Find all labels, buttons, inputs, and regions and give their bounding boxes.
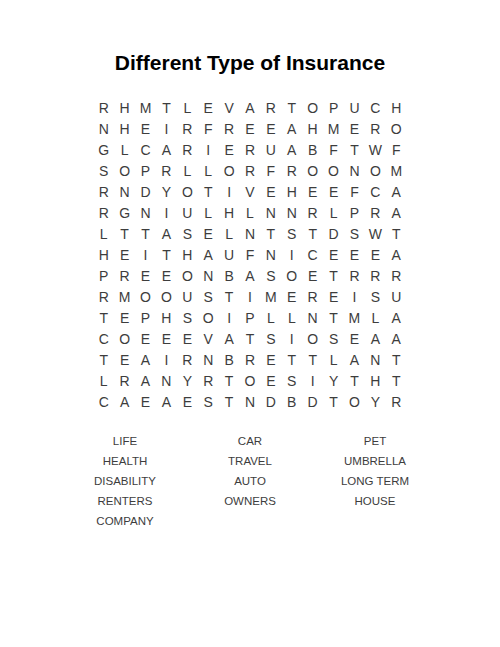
grid-cell-r3c1: G [93, 139, 114, 160]
grid-cell-r2c7: R [219, 118, 240, 139]
grid-cell-r11c15: A [386, 307, 407, 328]
grid-cell-r13c14: N [365, 349, 386, 370]
grid-cell-r6c13: P [344, 202, 365, 223]
grid-cell-r1c7: V [219, 97, 240, 118]
grid-cell-r6c12: L [323, 202, 344, 223]
grid-cell-r8c13: E [344, 244, 365, 265]
grid-cell-r15c2: A [114, 391, 135, 412]
grid-cell-r7c8: N [240, 223, 261, 244]
grid-cell-r9c4: E [156, 265, 177, 286]
word-item: AUTO [188, 471, 313, 491]
grid-cell-r7c6: E [198, 223, 219, 244]
grid-cell-r2c13: E [344, 118, 365, 139]
grid-cell-r5c9: E [260, 181, 281, 202]
grid-cell-r15c9: D [260, 391, 281, 412]
grid-cell-r8c5: H [177, 244, 198, 265]
grid-cell-r4c7: O [219, 160, 240, 181]
grid-cell-r8c4: T [156, 244, 177, 265]
word-item: HEALTH [63, 451, 188, 471]
grid-cell-r7c10: S [281, 223, 302, 244]
grid-cell-r1c4: T [156, 97, 177, 118]
grid-cell-r6c6: L [198, 202, 219, 223]
grid-cell-r2c6: F [198, 118, 219, 139]
grid-cell-r11c1: T [93, 307, 114, 328]
grid-cell-r13c3: A [135, 349, 156, 370]
grid-cell-r11c5: S [177, 307, 198, 328]
grid-cell-r15c13: O [344, 391, 365, 412]
grid-cell-r14c13: T [344, 370, 365, 391]
grid-cell-r6c9: N [260, 202, 281, 223]
grid-cell-r8c1: H [93, 244, 114, 265]
grid-cell-r7c7: L [219, 223, 240, 244]
grid-cell-r15c12: T [323, 391, 344, 412]
grid-cell-r4c6: L [198, 160, 219, 181]
grid-cell-r12c9: S [260, 328, 281, 349]
word-item: UMBRELLA [313, 451, 438, 471]
grid-cell-r11c2: E [114, 307, 135, 328]
grid-cell-r9c9: S [260, 265, 281, 286]
grid-cell-r4c15: M [386, 160, 407, 181]
grid-cell-r11c3: P [135, 307, 156, 328]
grid-cell-r5c4: Y [156, 181, 177, 202]
grid-cell-r7c1: L [93, 223, 114, 244]
grid-cell-r15c1: C [93, 391, 114, 412]
grid-cell-r3c15: F [386, 139, 407, 160]
grid-cell-r10c9: M [260, 286, 281, 307]
grid-cell-r15c15: R [386, 391, 407, 412]
grid-cell-r1c1: R [93, 97, 114, 118]
grid-cell-r10c1: R [93, 286, 114, 307]
grid-cell-r7c2: T [114, 223, 135, 244]
grid-cell-r4c9: F [260, 160, 281, 181]
grid-cell-r14c9: E [260, 370, 281, 391]
grid-cell-r6c11: R [302, 202, 323, 223]
grid-cell-r12c13: E [344, 328, 365, 349]
grid-cell-r10c7: T [219, 286, 240, 307]
grid-cell-r6c4: I [156, 202, 177, 223]
grid-cell-r5c5: O [177, 181, 198, 202]
grid-cell-r14c12: Y [323, 370, 344, 391]
grid-cell-r6c7: H [219, 202, 240, 223]
puzzle-title: Different Type of Insurance [0, 0, 500, 75]
grid-cell-r11c6: O [198, 307, 219, 328]
word-item: LIFE [63, 431, 188, 451]
grid-cell-r6c3: N [135, 202, 156, 223]
grid-cell-r6c10: N [281, 202, 302, 223]
grid-cell-r6c8: L [240, 202, 261, 223]
grid-cell-r3c7: E [219, 139, 240, 160]
grid-cell-r4c2: O [114, 160, 135, 181]
grid-cell-r12c12: S [323, 328, 344, 349]
grid-cell-r6c15: A [386, 202, 407, 223]
grid-cell-r7c9: T [260, 223, 281, 244]
grid-cell-r13c1: T [93, 349, 114, 370]
grid-cell-r3c4: A [156, 139, 177, 160]
grid-cell-r13c5: R [177, 349, 198, 370]
grid-cell-r8c6: A [198, 244, 219, 265]
grid-cell-r3c13: T [344, 139, 365, 160]
word-item: COMPANY [63, 511, 188, 531]
grid-cell-r15c4: A [156, 391, 177, 412]
grid-cell-r2c1: N [93, 118, 114, 139]
grid-cell-r2c10: A [281, 118, 302, 139]
grid-cell-r11c7: I [219, 307, 240, 328]
grid-cell-r1c6: E [198, 97, 219, 118]
grid-cell-r8c12: E [323, 244, 344, 265]
grid-cell-r14c4: N [156, 370, 177, 391]
grid-cell-r8c10: I [281, 244, 302, 265]
grid-cell-r2c4: I [156, 118, 177, 139]
grid-cell-r10c4: O [156, 286, 177, 307]
grid-cell-r2c8: E [240, 118, 261, 139]
grid-cell-r10c2: M [114, 286, 135, 307]
grid-cell-r9c11: E [302, 265, 323, 286]
word-item: OWNERS [188, 491, 313, 511]
grid-cell-r5c2: N [114, 181, 135, 202]
grid-cell-r4c13: N [344, 160, 365, 181]
grid-cell-r14c2: R [114, 370, 135, 391]
grid-cell-r8c8: F [240, 244, 261, 265]
grid-cell-r1c13: U [344, 97, 365, 118]
grid-cell-r3c9: U [260, 139, 281, 160]
grid-cell-r12c15: A [386, 328, 407, 349]
grid-cell-r2c15: O [386, 118, 407, 139]
grid-cell-r3c8: R [240, 139, 261, 160]
grid-cell-r13c8: R [240, 349, 261, 370]
grid-cell-r11c12: T [323, 307, 344, 328]
grid-cell-r5c12: E [323, 181, 344, 202]
grid-cell-r8c14: E [365, 244, 386, 265]
word-item: RENTERS [63, 491, 188, 511]
grid-cell-r14c7: T [219, 370, 240, 391]
grid-cell-r13c7: B [219, 349, 240, 370]
grid-cell-r9c2: R [114, 265, 135, 286]
grid-cell-r9c7: B [219, 265, 240, 286]
grid-cell-r4c8: R [240, 160, 261, 181]
grid-cell-r3c2: L [114, 139, 135, 160]
grid-cell-r7c14: W [365, 223, 386, 244]
grid-cell-r7c11: T [302, 223, 323, 244]
grid-cell-r9c5: O [177, 265, 198, 286]
grid-cell-r3c5: R [177, 139, 198, 160]
grid-cell-r2c2: H [114, 118, 135, 139]
grid-cell-r10c11: R [302, 286, 323, 307]
grid-cell-r12c1: C [93, 328, 114, 349]
word-search-grid: RHMTLEVARTOPUCHNHEIRFREEAHMEROGLCARIERUA… [0, 97, 500, 412]
grid-cell-r1c5: L [177, 97, 198, 118]
grid-cell-r6c5: U [177, 202, 198, 223]
grid-cell-r6c2: G [114, 202, 135, 223]
grid-cell-r7c13: S [344, 223, 365, 244]
grid-cell-r12c11: O [302, 328, 323, 349]
grid-cell-r13c15: T [386, 349, 407, 370]
grid-cell-r1c12: P [323, 97, 344, 118]
grid-cell-r15c10: B [281, 391, 302, 412]
word-item: DISABILITY [63, 471, 188, 491]
grid-cell-r10c8: I [240, 286, 261, 307]
grid-cell-r5c3: D [135, 181, 156, 202]
word-item: PET [313, 431, 438, 451]
grid-cell-r3c11: B [302, 139, 323, 160]
grid-cell-r11c8: P [240, 307, 261, 328]
grid-cell-r2c11: H [302, 118, 323, 139]
grid-cell-r7c5: S [177, 223, 198, 244]
grid-cell-r8c2: E [114, 244, 135, 265]
word-item: HOUSE [313, 491, 438, 511]
grid-cell-r10c6: S [198, 286, 219, 307]
grid-cell-r13c2: E [114, 349, 135, 370]
grid-cell-r4c10: R [281, 160, 302, 181]
grid-cell-r15c7: T [219, 391, 240, 412]
grid-cell-r3c6: I [198, 139, 219, 160]
grid-cell-r4c4: R [156, 160, 177, 181]
grid-cell-r4c3: P [135, 160, 156, 181]
grid-cell-r15c8: N [240, 391, 261, 412]
grid-cell-r2c9: E [260, 118, 281, 139]
grid-cell-r1c9: R [260, 97, 281, 118]
grid-cell-r13c4: I [156, 349, 177, 370]
grid-cell-r9c1: P [93, 265, 114, 286]
grid-cell-r10c10: E [281, 286, 302, 307]
grid-cell-r14c1: L [93, 370, 114, 391]
grid-cell-r13c6: N [198, 349, 219, 370]
grid-cell-r11c4: H [156, 307, 177, 328]
grid-cell-r2c5: R [177, 118, 198, 139]
grid-cell-r5c13: F [344, 181, 365, 202]
grid-cell-r9c10: O [281, 265, 302, 286]
grid-cell-r1c11: O [302, 97, 323, 118]
word-item: TRAVEL [188, 451, 313, 471]
grid-cell-r15c14: Y [365, 391, 386, 412]
grid-cell-r9c8: A [240, 265, 261, 286]
grid-cell-r10c5: U [177, 286, 198, 307]
word-item: CAR [188, 431, 313, 451]
grid-cell-r3c10: A [281, 139, 302, 160]
grid-cell-r4c1: S [93, 160, 114, 181]
grid-cell-r14c3: A [135, 370, 156, 391]
grid-cell-r12c10: I [281, 328, 302, 349]
grid-cell-r14c8: O [240, 370, 261, 391]
grid-cell-r14c11: I [302, 370, 323, 391]
grid-cell-r14c5: Y [177, 370, 198, 391]
grid-cell-r6c14: R [365, 202, 386, 223]
grid-cell-r5c15: A [386, 181, 407, 202]
grid-cell-r11c13: M [344, 307, 365, 328]
grid-cell-r12c4: E [156, 328, 177, 349]
grid-cell-r9c14: R [365, 265, 386, 286]
grid-cell-r4c12: O [323, 160, 344, 181]
word-list: LIFEHEALTHDISABILITYRENTERSCOMPANY CARTR… [63, 431, 438, 531]
grid-cell-r4c11: O [302, 160, 323, 181]
grid-cell-r14c6: R [198, 370, 219, 391]
grid-cell-r1c8: A [240, 97, 261, 118]
grid-cell-r9c12: T [323, 265, 344, 286]
grid-cell-r4c14: O [365, 160, 386, 181]
grid-cell-r7c3: T [135, 223, 156, 244]
grid-cell-r11c14: L [365, 307, 386, 328]
grid-cell-r5c6: T [198, 181, 219, 202]
grid-cell-r12c8: T [240, 328, 261, 349]
grid-cell-r13c9: E [260, 349, 281, 370]
grid-cell-r13c12: L [323, 349, 344, 370]
grid-cell-r5c11: E [302, 181, 323, 202]
grid-cell-r7c15: T [386, 223, 407, 244]
grid-cell-r14c15: T [386, 370, 407, 391]
grid-cell-r12c7: A [219, 328, 240, 349]
grid-cell-r13c11: T [302, 349, 323, 370]
word-search-page: Different Type of Insurance RHMTLEVARTOP… [0, 0, 500, 647]
grid-cell-r1c3: M [135, 97, 156, 118]
grid-cell-r10c15: U [386, 286, 407, 307]
grid-cell-r15c5: E [177, 391, 198, 412]
grid-cell-r9c6: N [198, 265, 219, 286]
grid-cell-r12c14: A [365, 328, 386, 349]
grid-cell-r10c14: S [365, 286, 386, 307]
grid-cell-r1c14: C [365, 97, 386, 118]
word-list-column-1: LIFEHEALTHDISABILITYRENTERSCOMPANY [63, 431, 188, 531]
grid-cell-r12c2: O [114, 328, 135, 349]
grid-cell-r15c6: S [198, 391, 219, 412]
grid-cell-r8c3: I [135, 244, 156, 265]
grid-cell-r2c3: E [135, 118, 156, 139]
grid-cell-r6c1: R [93, 202, 114, 223]
grid-cell-r3c12: F [323, 139, 344, 160]
grid-cell-r2c12: M [323, 118, 344, 139]
grid-cell-r9c3: E [135, 265, 156, 286]
grid-cell-r12c3: E [135, 328, 156, 349]
grid-cell-r5c1: R [93, 181, 114, 202]
grid-cell-r11c11: N [302, 307, 323, 328]
word-list-column-2: CARTRAVELAUTOOWNERS [188, 431, 313, 531]
grid-cell-r8c9: N [260, 244, 281, 265]
grid-cell-r14c14: H [365, 370, 386, 391]
word-list-column-3: PETUMBRELLALONG TERMHOUSE [313, 431, 438, 531]
grid-cell-r4c5: L [177, 160, 198, 181]
grid-cell-r7c12: D [323, 223, 344, 244]
grid-cell-r8c11: C [302, 244, 323, 265]
grid-cell-r1c2: H [114, 97, 135, 118]
grid-cell-r10c12: E [323, 286, 344, 307]
grid-cell-r5c8: V [240, 181, 261, 202]
grid-cell-r11c9: L [260, 307, 281, 328]
grid-cell-r2c14: R [365, 118, 386, 139]
grid-cell-r5c7: I [219, 181, 240, 202]
grid-cell-r12c6: V [198, 328, 219, 349]
grid-cell-r8c7: U [219, 244, 240, 265]
grid-cell-r5c14: C [365, 181, 386, 202]
grid-cell-r12c5: E [177, 328, 198, 349]
grid-cell-r15c3: E [135, 391, 156, 412]
grid-cell-r13c10: T [281, 349, 302, 370]
grid-cell-r10c3: O [135, 286, 156, 307]
grid-cell-r14c10: S [281, 370, 302, 391]
grid-cell-r7c4: A [156, 223, 177, 244]
grid-cell-r15c11: D [302, 391, 323, 412]
grid-cell-r9c13: R [344, 265, 365, 286]
grid-cell-r5c10: H [281, 181, 302, 202]
grid-cell-r3c14: W [365, 139, 386, 160]
grid-cell-r13c13: A [344, 349, 365, 370]
grid-cell-r9c15: R [386, 265, 407, 286]
grid-cell-r8c15: A [386, 244, 407, 265]
grid-cell-r3c3: C [135, 139, 156, 160]
grid-cell-r10c13: I [344, 286, 365, 307]
grid-cell-r11c10: L [281, 307, 302, 328]
grid-cell-r1c15: H [386, 97, 407, 118]
grid-cell-r1c10: T [281, 97, 302, 118]
word-item: LONG TERM [313, 471, 438, 491]
